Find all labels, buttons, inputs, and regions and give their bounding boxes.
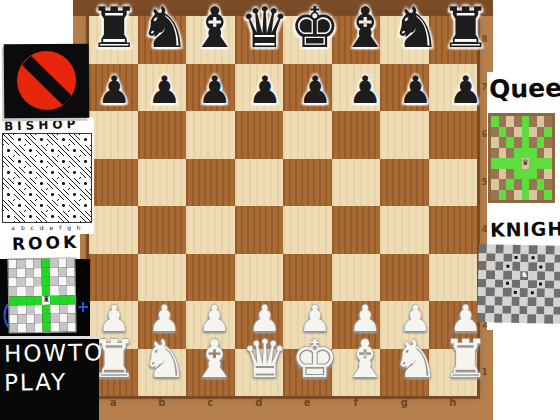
chess-board: ♜♞♝♛♚♝♞♜♟♟♟♟♟♟♟♟♟♟♟♟♟♟♟♟♜♞♝♛♚♝♞♜ 8765432…: [73, 0, 493, 420]
piece-black-knight[interactable]: ♞: [390, 0, 440, 56]
piece-black-pawn[interactable]: ♟: [348, 71, 382, 109]
knight-label: KNIGHT: [490, 217, 560, 241]
piece-black-pawn[interactable]: ♟: [448, 71, 482, 109]
queen-info-panel[interactable]: Queen ♛: [487, 72, 560, 214]
r-diagram-piece: ♜: [42, 295, 50, 304]
piece-black-bishop[interactable]: ♝: [189, 0, 239, 56]
knight-moves-diagram: ♞: [477, 244, 560, 324]
file-label-c: c: [186, 397, 235, 417]
piece-white-bishop[interactable]: ♝: [191, 333, 238, 385]
rook-moves-diagram[interactable]: ♜: [7, 257, 76, 333]
file-label-e: e: [283, 397, 332, 417]
piece-white-king[interactable]: ♚: [292, 333, 339, 385]
piece-white-knight[interactable]: ♞: [141, 333, 188, 385]
how-to-play-line1: HOWTO: [0, 338, 99, 368]
piece-black-pawn[interactable]: ♟: [298, 71, 332, 109]
piece-white-rook[interactable]: ♜: [442, 333, 489, 385]
no-entry-icon: [17, 51, 77, 111]
how-to-play-line2: PLAY: [0, 367, 99, 397]
knight-info-panel[interactable]: KNIGHT ♞: [487, 214, 560, 330]
n-diagram-piece: ♞: [520, 271, 529, 280]
rook-label: ROOK: [2, 230, 81, 255]
q-diagram-piece: ♛: [522, 158, 530, 169]
bishop-moves-diagram: [2, 133, 92, 223]
piece-black-queen[interactable]: ♛: [240, 0, 290, 56]
queen-moves-diagram: ♛: [488, 113, 555, 203]
piece-black-bishop[interactable]: ♝: [340, 0, 390, 56]
piece-black-pawn[interactable]: ♟: [147, 71, 181, 109]
file-labels: abcdefgh: [89, 397, 477, 417]
file-label-g: g: [380, 397, 429, 417]
piece-black-knight[interactable]: ♞: [139, 0, 189, 56]
no-entry-sign[interactable]: [4, 44, 90, 119]
file-label-f: f: [332, 397, 381, 417]
piece-white-knight[interactable]: ♞: [392, 333, 439, 385]
board-pieces: ♜♞♝♛♚♝♞♜♟♟♟♟♟♟♟♟♟♟♟♟♟♟♟♟♜♞♝♛♚♝♞♜: [89, 16, 477, 396]
piece-black-rook[interactable]: ♜: [440, 0, 490, 56]
bishop-info-panel[interactable]: BISHOP a b c d e f g h: [0, 117, 94, 234]
piece-black-pawn[interactable]: ♟: [398, 71, 432, 109]
file-label-h: h: [429, 397, 478, 417]
piece-black-pawn[interactable]: ♟: [197, 71, 231, 109]
piece-white-bishop[interactable]: ♝: [342, 333, 389, 385]
piece-white-queen[interactable]: ♛: [241, 333, 288, 385]
piece-black-pawn[interactable]: ♟: [97, 71, 131, 109]
file-label-d: d: [235, 397, 284, 417]
file-label-b: b: [138, 397, 187, 417]
queen-label: Queen: [489, 73, 560, 104]
piece-black-king[interactable]: ♚: [290, 0, 340, 56]
piece-black-pawn[interactable]: ♟: [248, 71, 282, 109]
piece-black-rook[interactable]: ♜: [89, 0, 139, 56]
rook-info-label[interactable]: ROOK: [2, 231, 80, 259]
how-to-play-button[interactable]: HOWTO PLAY: [0, 336, 99, 420]
